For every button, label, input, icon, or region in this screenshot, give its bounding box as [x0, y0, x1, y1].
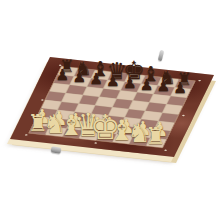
piece-black-pawn: ♟ [106, 74, 120, 89]
pieces-layer: ♜♞♝♛♚♟♝♟♞♟♜♟♟♟♟♟♟♟♟♟♟♜♟♞♟♝♟♛♚♝♞♜ [0, 0, 222, 222]
piece-black-pawn: ♟ [123, 76, 137, 91]
piece-black-pawn: ♟ [72, 70, 86, 85]
product-photo: ♜♞♝♛♚♟♝♟♞♟♜♟♟♟♟♟♟♟♟♟♟♜♟♞♟♝♟♛♚♝♞♜ [0, 0, 222, 222]
piece-black-pawn: ♟ [89, 72, 103, 87]
piece-black-pawn: ♟ [156, 79, 170, 94]
metal-clasp-latch [51, 146, 62, 154]
metal-hook [158, 50, 165, 62]
piece-black-pawn: ♟ [173, 81, 187, 96]
piece-black-pawn: ♟ [140, 77, 154, 92]
piece-black-pawn: ♟ [56, 68, 70, 83]
piece-white-rook: ♜ [145, 125, 166, 148]
